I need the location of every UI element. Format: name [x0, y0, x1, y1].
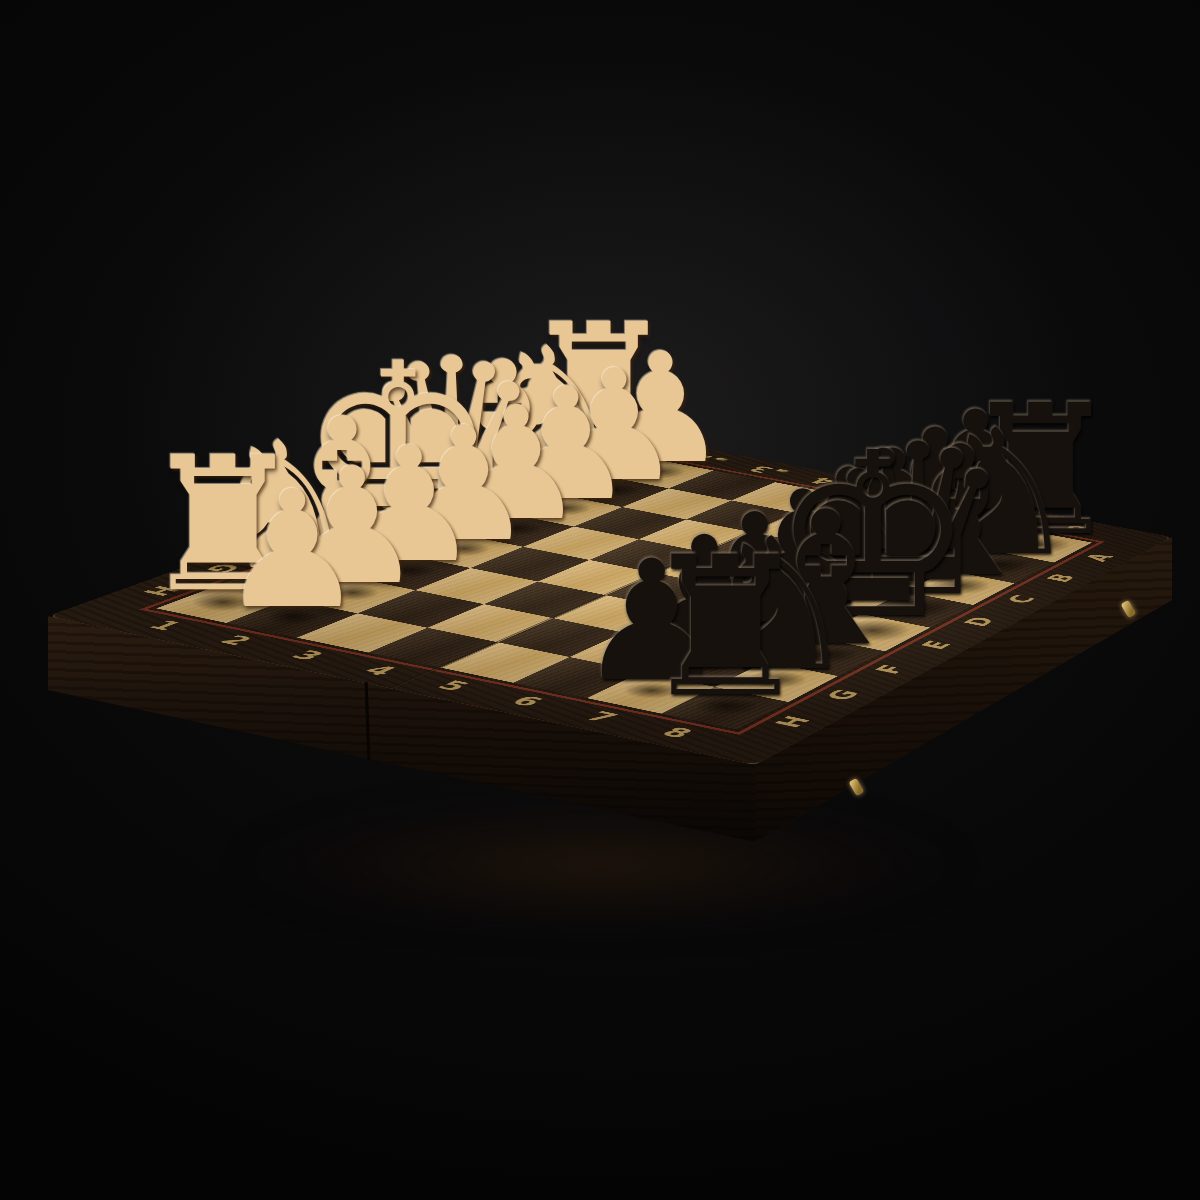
rank-label-far-4: 4 [805, 475, 840, 486]
rank-label-far-5: 5 [867, 487, 902, 498]
rank-label-near-1: 1 [141, 618, 190, 633]
file-label-near-G: G [818, 687, 867, 702]
brass-hinge-icon [776, 469, 789, 472]
rank-label-far-3: 3 [743, 464, 779, 475]
file-label-near-F: F [868, 663, 913, 676]
rank-label-near-2: 2 [212, 632, 260, 647]
file-label-near-A: A [1079, 552, 1120, 564]
brass-hinge-icon [838, 481, 851, 484]
rank-label-far-2: 2 [682, 452, 718, 463]
scene: 1234567812345678ABCDEFGHABCDEFGH ♜♞♝♛♚♝♞… [0, 0, 1200, 1200]
rank-label-far-8: 8 [1057, 523, 1091, 535]
rank-label-far-6: 6 [930, 499, 965, 511]
rank-label-near-8: 8 [654, 724, 699, 741]
rank-label-near-6: 6 [504, 693, 550, 710]
file-label-far-E: E [317, 520, 361, 531]
rank-label-near-7: 7 [579, 708, 625, 725]
file-label-far-D: D [371, 500, 417, 512]
rank-label-near-4: 4 [356, 662, 403, 678]
file-label-near-B: B [1040, 572, 1082, 584]
brass-hinge-icon [900, 493, 913, 496]
brass-hinge-icon [715, 458, 728, 461]
file-label-far-G: G [198, 562, 248, 575]
file-label-near-D: D [957, 615, 1002, 629]
file-label-near-C: C [1000, 593, 1042, 605]
file-label-far-B: B [475, 463, 518, 474]
file-label-far-F: F [260, 541, 305, 553]
rank-label-near-3: 3 [284, 647, 332, 663]
rank-label-near-5: 5 [430, 678, 477, 694]
rank-label-far-7: 7 [993, 511, 1027, 523]
rank-label-far-1: 1 [621, 441, 657, 452]
file-label-near-H: H [767, 714, 818, 730]
file-label-near-E: E [914, 639, 958, 652]
file-label-far-A: A [523, 446, 565, 456]
file-label-far-H: H [135, 584, 187, 598]
file-label-far-C: C [424, 481, 467, 492]
